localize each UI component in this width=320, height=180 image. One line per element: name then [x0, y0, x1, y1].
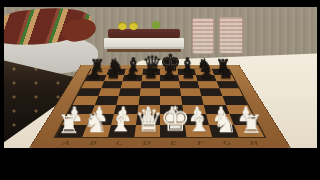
file-labels: A B C D E F G H [51, 138, 270, 147]
square-c6 [121, 81, 142, 88]
photo-frame: A B C D E F G H ♜♞♝♛♚♝♞♜♟♟♟♟♟♟♟♟♟♟♟♟♟♟♟♟… [4, 7, 317, 148]
square-d2 [136, 114, 160, 125]
square-h4 [222, 96, 247, 105]
square-d5 [139, 88, 160, 96]
square-d3 [137, 105, 160, 115]
square-b1 [82, 125, 111, 137]
square-h3 [226, 105, 253, 115]
square-f1 [184, 125, 212, 137]
square-e3 [160, 105, 183, 115]
square-b4 [94, 96, 118, 105]
square-h5 [219, 88, 243, 96]
square-f4 [181, 96, 204, 105]
square-c1 [108, 125, 136, 137]
chessboard: A B C D E F G H ♜♞♝♛♚♝♞♜♟♟♟♟♟♟♟♟♟♟♟♟♟♟♟♟… [30, 65, 290, 148]
square-f3 [182, 105, 206, 115]
square-d6 [140, 81, 160, 88]
file-label-h: H [239, 138, 270, 147]
square-c2 [111, 114, 137, 125]
file-label-b: B [78, 138, 108, 147]
square-c3 [114, 105, 138, 115]
square-b3 [91, 105, 117, 115]
square-h6 [216, 81, 238, 88]
squares-layer [56, 69, 265, 137]
file-label-f: F [186, 138, 214, 147]
square-d1 [134, 125, 160, 137]
square-f5 [180, 88, 202, 96]
square-c5 [119, 88, 141, 96]
square-b5 [98, 88, 121, 96]
file-label-c: C [105, 138, 133, 147]
square-b6 [101, 81, 123, 88]
file-label-e: E [160, 138, 187, 147]
square-e6 [160, 81, 180, 88]
board-scene: A B C D E F G H ♜♞♝♛♚♝♞♜♟♟♟♟♟♟♟♟♟♟♟♟♟♟♟♟… [30, 7, 290, 148]
square-e1 [160, 125, 186, 137]
file-label-a: A [51, 138, 82, 147]
square-h1 [233, 125, 264, 137]
file-label-d: D [133, 138, 160, 147]
square-e5 [160, 88, 181, 96]
square-h2 [229, 114, 258, 125]
square-d4 [138, 96, 160, 105]
square-e2 [160, 114, 184, 125]
square-f2 [183, 114, 209, 125]
square-f6 [179, 81, 200, 88]
square-c4 [116, 96, 139, 105]
square-b2 [87, 114, 114, 125]
file-label-g: G [212, 138, 242, 147]
square-e4 [160, 96, 182, 105]
